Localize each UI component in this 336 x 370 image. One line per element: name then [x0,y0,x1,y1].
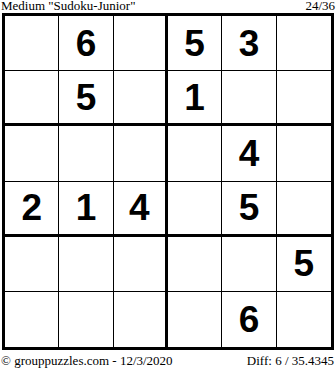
cell-r3c5-given-4[interactable]: 4 [222,126,276,181]
cell-r6c4-empty[interactable] [168,292,222,347]
sudoku-board: 653514214556 [2,13,334,350]
copyright-text: © grouppuzzles.com - 12/3/2020 [1,353,173,368]
cell-r2c6-empty[interactable] [277,71,331,126]
cell-r1c1-empty[interactable] [5,16,59,71]
cell-r3c1-empty[interactable] [5,126,59,181]
cell-r4c4-empty[interactable] [168,182,222,237]
cell-r2c5-empty[interactable] [222,71,276,126]
cell-r1c4-given-5[interactable]: 5 [168,16,222,71]
cell-r5c2-empty[interactable] [59,237,113,292]
puzzle-title: Medium "Sudoku-Junior" [1,0,135,12]
cell-r3c2-empty[interactable] [59,126,113,181]
page-footer: © grouppuzzles.com - 12/3/2020 Diff: 6 /… [1,352,334,368]
cell-r6c2-empty[interactable] [59,292,113,347]
cell-r3c6-empty[interactable] [277,126,331,181]
cell-r2c4-given-1[interactable]: 1 [168,71,222,126]
cell-r5c1-empty[interactable] [5,237,59,292]
cell-r2c3-empty[interactable] [114,71,168,126]
cell-r1c3-empty[interactable] [114,16,168,71]
cell-r5c5-empty[interactable] [222,237,276,292]
cell-r4c3-given-4[interactable]: 4 [114,182,168,237]
puzzle-progress: 24/36 [305,0,335,12]
cell-r2c1-empty[interactable] [5,71,59,126]
page-header: Medium "Sudoku-Junior" 24/36 [1,0,335,12]
cell-r1c5-given-3[interactable]: 3 [222,16,276,71]
cell-r1c6-empty[interactable] [277,16,331,71]
cell-r6c6-empty[interactable] [277,292,331,347]
cell-r5c6-given-5[interactable]: 5 [277,237,331,292]
cell-r2c2-given-5[interactable]: 5 [59,71,113,126]
cell-r6c5-given-6[interactable]: 6 [222,292,276,347]
cell-r4c5-given-5[interactable]: 5 [222,182,276,237]
cell-r5c3-empty[interactable] [114,237,168,292]
cell-r3c3-empty[interactable] [114,126,168,181]
difficulty-text: Diff: 6 / 35.4345 [247,353,334,368]
cell-r6c1-empty[interactable] [5,292,59,347]
cell-r1c2-given-6[interactable]: 6 [59,16,113,71]
cell-r5c4-empty[interactable] [168,237,222,292]
cell-r4c6-empty[interactable] [277,182,331,237]
cell-r4c2-given-1[interactable]: 1 [59,182,113,237]
cell-r6c3-empty[interactable] [114,292,168,347]
cell-r3c4-empty[interactable] [168,126,222,181]
cell-r4c1-given-2[interactable]: 2 [5,182,59,237]
